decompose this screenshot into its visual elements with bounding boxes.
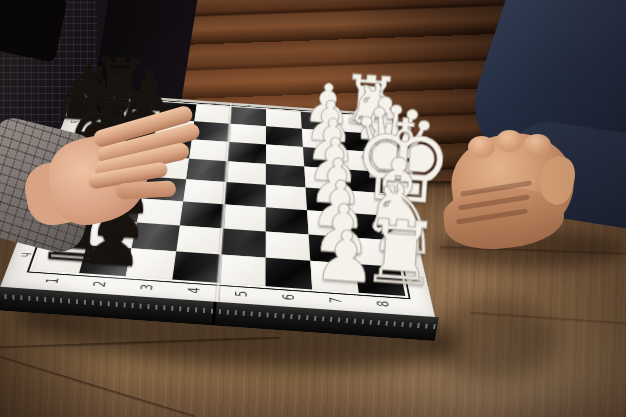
square-h7[interactable]: ♟ bbox=[310, 261, 358, 293]
square-h8[interactable]: ♜ bbox=[355, 264, 405, 296]
right-player-knuckle bbox=[496, 130, 523, 152]
right-player-knuckle bbox=[468, 136, 495, 158]
piece-white-pawn-h7[interactable]: ♟ bbox=[312, 221, 363, 290]
square-d4[interactable] bbox=[186, 159, 227, 182]
square-f5[interactable] bbox=[223, 204, 266, 231]
rank-label-near-4: 4 bbox=[170, 281, 219, 301]
square-g4[interactable] bbox=[176, 225, 223, 254]
rank-label-near-7: 7 bbox=[312, 291, 361, 311]
square-e6[interactable] bbox=[266, 185, 307, 210]
square-d6[interactable] bbox=[266, 164, 306, 188]
square-c4[interactable] bbox=[189, 139, 229, 161]
photo-scene: ♜♟♟♜♞♟♟♞♝♟♟♝♛♟♟♛♚♟♟♚♝♟♟♝♞♟♟♞♜♟♟♜ 1122334… bbox=[0, 0, 626, 417]
square-e4[interactable] bbox=[183, 179, 226, 204]
square-g6[interactable] bbox=[266, 231, 311, 260]
square-d5[interactable] bbox=[226, 161, 266, 185]
square-h6[interactable] bbox=[266, 258, 313, 290]
board-shadow-right bbox=[428, 298, 558, 382]
square-c6[interactable] bbox=[266, 144, 304, 166]
right-player-knuckle bbox=[524, 134, 551, 156]
square-c5[interactable] bbox=[227, 142, 265, 164]
square-h5[interactable] bbox=[219, 255, 266, 287]
square-g5[interactable] bbox=[221, 228, 266, 257]
square-e5[interactable] bbox=[224, 182, 265, 207]
square-f4[interactable] bbox=[180, 201, 225, 228]
square-f6[interactable] bbox=[266, 207, 309, 234]
left-player-thumb bbox=[116, 180, 177, 199]
square-h4[interactable] bbox=[172, 251, 221, 282]
